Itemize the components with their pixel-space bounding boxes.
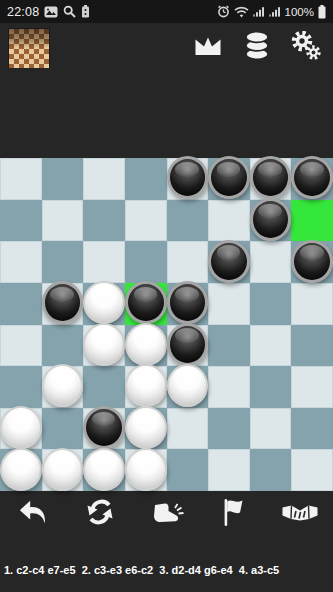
square-g2[interactable] <box>250 408 292 450</box>
square-c8[interactable] <box>83 158 125 200</box>
square-h1[interactable] <box>291 449 333 491</box>
square-a1[interactable] <box>0 449 42 491</box>
square-c7[interactable] <box>83 200 125 242</box>
square-f2[interactable] <box>208 408 250 450</box>
white-piece-d3[interactable] <box>125 364 167 407</box>
square-d1[interactable] <box>125 449 167 491</box>
wifi-icon <box>234 6 249 18</box>
square-a8[interactable] <box>0 158 42 200</box>
square-b1[interactable] <box>42 449 84 491</box>
crown-icon <box>193 33 223 59</box>
black-piece-f6[interactable] <box>208 240 250 283</box>
square-f5[interactable] <box>208 283 250 325</box>
white-piece-a1[interactable] <box>0 448 42 491</box>
square-f4[interactable] <box>208 325 250 367</box>
square-e7[interactable] <box>167 200 209 242</box>
square-e6[interactable] <box>167 241 209 283</box>
crown-button[interactable] <box>192 30 224 62</box>
move-list-line-1: 1. c2-c4 e7-e5 2. c3-e3 e6-c2 3. d2-d4 g… <box>4 562 329 578</box>
square-g6[interactable] <box>250 241 292 283</box>
square-g7[interactable] <box>250 200 292 242</box>
square-a7[interactable] <box>0 200 42 242</box>
square-d3[interactable] <box>125 366 167 408</box>
status-left: 22:08 <box>7 5 90 19</box>
black-piece-h8[interactable] <box>291 156 333 199</box>
square-c6[interactable] <box>83 241 125 283</box>
white-piece-d2[interactable] <box>125 406 167 449</box>
square-b3[interactable] <box>42 366 84 408</box>
square-g4[interactable] <box>250 325 292 367</box>
square-f7[interactable] <box>208 200 250 242</box>
black-piece-b5[interactable] <box>42 281 84 324</box>
black-piece-e4[interactable] <box>167 323 209 366</box>
clock-text: 22:08 <box>7 5 39 19</box>
square-c3[interactable] <box>83 366 125 408</box>
square-e1[interactable] <box>167 449 209 491</box>
white-piece-b3[interactable] <box>42 364 84 407</box>
restart-cycle-icon <box>85 496 115 528</box>
black-piece-g7[interactable] <box>250 198 292 241</box>
checkerboard-app-icon[interactable] <box>9 29 49 69</box>
square-a3[interactable] <box>0 366 42 408</box>
image-icon <box>44 6 58 18</box>
storage-icon <box>81 5 90 18</box>
signal-icon-1 <box>253 6 265 17</box>
battery-icon <box>318 5 326 19</box>
black-piece-d5[interactable] <box>125 281 167 324</box>
square-c1[interactable] <box>83 449 125 491</box>
square-g3[interactable] <box>250 366 292 408</box>
white-piece-a2[interactable] <box>0 406 42 449</box>
status-right: 100% <box>217 5 326 19</box>
app-screen: 22:08 100% <box>0 0 333 592</box>
undo-arrow-icon <box>17 497 49 527</box>
square-h6[interactable] <box>291 241 333 283</box>
square-a2[interactable] <box>0 408 42 450</box>
square-e8[interactable] <box>167 158 209 200</box>
square-d5[interactable] <box>125 283 167 325</box>
draw-handshake-icon <box>281 498 319 526</box>
move-list: 1. c2-c4 e7-e5 2. c3-e3 e6-c2 3. d2-d4 g… <box>0 528 333 592</box>
settings-gears-icon <box>291 31 321 61</box>
white-piece-d4[interactable] <box>125 323 167 366</box>
square-g1[interactable] <box>250 449 292 491</box>
square-b2[interactable] <box>42 408 84 450</box>
square-b5[interactable] <box>42 283 84 325</box>
square-h5[interactable] <box>291 283 333 325</box>
settings-button[interactable] <box>290 30 322 62</box>
resign-button[interactable] <box>200 495 267 528</box>
square-d4[interactable] <box>125 325 167 367</box>
square-b8[interactable] <box>42 158 84 200</box>
square-d2[interactable] <box>125 408 167 450</box>
square-e5[interactable] <box>167 283 209 325</box>
square-f3[interactable] <box>208 366 250 408</box>
square-d6[interactable] <box>125 241 167 283</box>
force-move-boot-icon <box>148 497 184 527</box>
square-d7[interactable] <box>125 200 167 242</box>
force-move-button[interactable] <box>133 495 200 528</box>
resign-flag-icon <box>218 496 248 528</box>
square-b4[interactable] <box>42 325 84 367</box>
square-a4[interactable] <box>0 325 42 367</box>
board-top-margin <box>0 68 333 158</box>
bottom-toolbar <box>0 491 333 528</box>
signal-icon-2 <box>269 6 281 17</box>
restart-button[interactable] <box>67 495 134 528</box>
square-f6[interactable] <box>208 241 250 283</box>
square-h2[interactable] <box>291 408 333 450</box>
square-c4[interactable] <box>83 325 125 367</box>
square-h7[interactable] <box>291 200 333 242</box>
database-icon <box>244 31 270 61</box>
white-piece-c1[interactable] <box>83 448 125 491</box>
square-a6[interactable] <box>0 241 42 283</box>
black-piece-f8[interactable] <box>208 156 250 199</box>
alarm-icon <box>217 5 230 18</box>
square-b7[interactable] <box>42 200 84 242</box>
white-piece-b1[interactable] <box>42 448 84 491</box>
square-c2[interactable] <box>83 408 125 450</box>
square-c5[interactable] <box>83 283 125 325</box>
black-piece-h6[interactable] <box>291 240 333 283</box>
square-h4[interactable] <box>291 325 333 367</box>
app-bar-actions <box>192 30 324 62</box>
square-e4[interactable] <box>167 325 209 367</box>
square-b6[interactable] <box>42 241 84 283</box>
white-piece-c4[interactable] <box>83 323 125 366</box>
battery-percent-text: 100% <box>285 6 314 18</box>
search-icon <box>63 5 76 18</box>
board <box>0 158 333 491</box>
white-piece-d1[interactable] <box>125 448 167 491</box>
black-piece-c2[interactable] <box>83 406 125 449</box>
app-bar <box>0 23 333 68</box>
draw-offer-button[interactable] <box>266 495 333 528</box>
status-bar: 22:08 100% <box>0 0 333 23</box>
square-e3[interactable] <box>167 366 209 408</box>
square-f8[interactable] <box>208 158 250 200</box>
white-piece-e3[interactable] <box>167 364 209 407</box>
square-d8[interactable] <box>125 158 167 200</box>
square-g8[interactable] <box>250 158 292 200</box>
square-h3[interactable] <box>291 366 333 408</box>
square-f1[interactable] <box>208 449 250 491</box>
undo-button[interactable] <box>0 495 67 528</box>
black-piece-g8[interactable] <box>250 156 292 199</box>
square-g5[interactable] <box>250 283 292 325</box>
database-button[interactable] <box>241 30 273 62</box>
black-piece-e8[interactable] <box>167 156 209 199</box>
white-piece-c5[interactable] <box>83 281 125 324</box>
square-h8[interactable] <box>291 158 333 200</box>
black-piece-e5[interactable] <box>167 281 209 324</box>
square-a5[interactable] <box>0 283 42 325</box>
square-e2[interactable] <box>167 408 209 450</box>
